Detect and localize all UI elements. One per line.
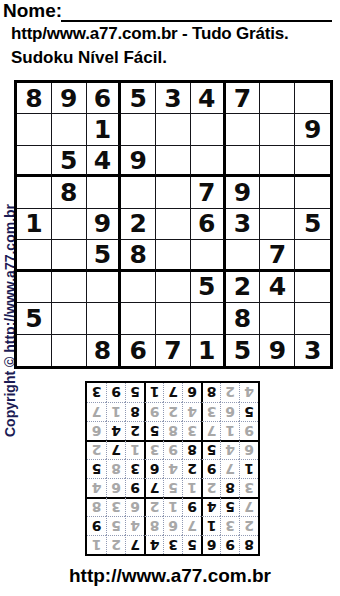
puzzle-cell-r8c1: 5 xyxy=(17,303,52,334)
puzzle-cell-r5c1: 1 xyxy=(17,209,52,240)
answer-cell-r6c1: 6 xyxy=(239,440,258,459)
puzzle-cell-r9c6: 1 xyxy=(191,335,226,366)
answer-cell-r5c4: 2 xyxy=(182,459,201,478)
answer-cell-r5c6: 6 xyxy=(144,459,163,478)
answer-cell-r4c2: 8 xyxy=(220,478,239,497)
answer-cell-r4c6: 7 xyxy=(144,478,163,497)
puzzle-cell-r6c3: 5 xyxy=(87,240,122,271)
puzzle-cell-r1c2: 9 xyxy=(52,83,87,114)
puzzle-cell-r1c5: 3 xyxy=(156,83,191,114)
puzzle-cell-r7c1 xyxy=(17,272,52,303)
answer-cell-r5c2: 7 xyxy=(220,459,239,478)
answer-cell-r7c2: 1 xyxy=(220,421,239,440)
answer-cell-r2c6: 8 xyxy=(144,516,163,535)
puzzle-cell-r3c8 xyxy=(260,146,295,177)
answer-cell-r3c2: 5 xyxy=(220,497,239,516)
answer-cell-r8c8: 1 xyxy=(106,402,125,421)
answer-cell-r6c8: 7 xyxy=(106,440,125,459)
puzzle-cell-r6c9 xyxy=(295,240,330,271)
puzzle-cell-r3c6 xyxy=(191,146,226,177)
puzzle-cell-r8c2 xyxy=(52,303,87,334)
answer-cell-r4c4: 1 xyxy=(182,478,201,497)
answer-cell-r4c3: 2 xyxy=(201,478,220,497)
puzzle-cell-r6c4: 8 xyxy=(121,240,156,271)
answer-cell-r7c4: 3 xyxy=(182,421,201,440)
answer-cell-r7c7: 2 xyxy=(125,421,144,440)
puzzle-cell-r1c6: 4 xyxy=(191,83,226,114)
answer-cell-r6c4: 8 xyxy=(182,440,201,459)
answer-cell-r7c6: 5 xyxy=(144,421,163,440)
answer-cell-r2c3: 1 xyxy=(201,516,220,535)
puzzle-cell-r5c8 xyxy=(260,209,295,240)
answer-cell-r3c7: 6 xyxy=(125,497,144,516)
puzzle-cell-r7c2 xyxy=(52,272,87,303)
puzzle-cell-r1c7: 7 xyxy=(226,83,261,114)
puzzle-cell-r1c9 xyxy=(295,83,330,114)
puzzle-cell-r7c4 xyxy=(121,272,156,303)
puzzle-cell-r9c8: 9 xyxy=(260,335,295,366)
answer-cell-r8c1: 5 xyxy=(239,402,258,421)
answer-cell-r1c1: 8 xyxy=(239,535,258,554)
puzzle-cell-r2c6 xyxy=(191,114,226,145)
puzzle-cell-r8c5 xyxy=(156,303,191,334)
puzzle-cell-r8c4 xyxy=(121,303,156,334)
answer-cell-r8c6: 9 xyxy=(144,402,163,421)
answer-cell-r9c9: 3 xyxy=(87,383,106,402)
answer-cell-r2c7: 4 xyxy=(125,516,144,535)
answer-cell-r9c5: 7 xyxy=(163,383,182,402)
answer-cell-r2c9: 9 xyxy=(87,516,106,535)
answer-cell-r6c3: 5 xyxy=(201,440,220,459)
answer-cell-r5c9: 5 xyxy=(87,459,106,478)
answer-cell-r6c2: 4 xyxy=(220,440,239,459)
puzzle-cell-r4c7: 9 xyxy=(226,177,261,208)
puzzle-cell-r5c4: 2 xyxy=(121,209,156,240)
answer-cell-r7c5: 8 xyxy=(163,421,182,440)
puzzle-cell-r8c7: 8 xyxy=(226,303,261,334)
puzzle-cell-r4c5 xyxy=(156,177,191,208)
puzzle-cell-r8c3 xyxy=(87,303,122,334)
answer-cell-r7c9: 6 xyxy=(87,421,106,440)
puzzle-cell-r7c9 xyxy=(295,272,330,303)
answer-cell-r8c3: 3 xyxy=(201,402,220,421)
puzzle-cell-r9c2 xyxy=(52,335,87,366)
puzzle-cell-r2c4 xyxy=(121,114,156,145)
puzzle-cell-r2c8 xyxy=(260,114,295,145)
puzzle-cell-r4c9 xyxy=(295,177,330,208)
puzzle-cell-r1c8 xyxy=(260,83,295,114)
puzzle-cell-r6c8: 7 xyxy=(260,240,295,271)
puzzle-cell-r7c6: 5 xyxy=(191,272,226,303)
answer-cell-r9c4: 6 xyxy=(182,383,201,402)
answer-cell-r8c5: 2 xyxy=(163,402,182,421)
answer-cell-r3c4: 9 xyxy=(182,497,201,516)
puzzle-cell-r7c5 xyxy=(156,272,191,303)
puzzle-cell-r5c9: 5 xyxy=(295,209,330,240)
puzzle-cell-r9c9: 3 xyxy=(295,335,330,366)
answer-cell-r1c8: 2 xyxy=(106,535,125,554)
puzzle-cell-r4c4 xyxy=(121,177,156,208)
puzzle-cell-r5c2 xyxy=(52,209,87,240)
answer-cell-r2c1: 2 xyxy=(239,516,258,535)
puzzle-cell-r8c9 xyxy=(295,303,330,334)
answer-cell-r3c6: 2 xyxy=(144,497,163,516)
puzzle-cell-r2c7 xyxy=(226,114,261,145)
answer-cell-r8c7: 8 xyxy=(125,402,144,421)
puzzle-cell-r3c2: 5 xyxy=(52,146,87,177)
answer-cell-r9c6: 1 xyxy=(144,383,163,402)
puzzle-cell-r8c6 xyxy=(191,303,226,334)
answer-cell-r4c7: 9 xyxy=(125,478,144,497)
name-label: Nome: xyxy=(3,0,62,22)
puzzle-cell-r3c9 xyxy=(295,146,330,177)
puzzle-cell-r6c2 xyxy=(52,240,87,271)
puzzle-cell-r4c6: 7 xyxy=(191,177,226,208)
puzzle-cell-r2c1 xyxy=(17,114,52,145)
name-underline xyxy=(61,20,332,22)
puzzle-cell-r3c3: 4 xyxy=(87,146,122,177)
answer-cell-r9c3: 8 xyxy=(201,383,220,402)
answer-cell-r1c3: 6 xyxy=(201,535,220,554)
puzzle-cell-r3c1 xyxy=(17,146,52,177)
answer-cell-r6c6: 3 xyxy=(144,440,163,459)
puzzle-cell-r7c7: 2 xyxy=(226,272,261,303)
puzzle-grid: 896534719549879192635587524588671593 xyxy=(14,80,333,369)
puzzle-cell-r2c9: 9 xyxy=(295,114,330,145)
puzzle-cell-r6c6 xyxy=(191,240,226,271)
puzzle-cell-r6c5 xyxy=(156,240,191,271)
puzzle-cell-r3c4: 9 xyxy=(121,146,156,177)
puzzle-cell-r3c7 xyxy=(226,146,261,177)
answer-cell-r2c2: 3 xyxy=(220,516,239,535)
answer-cell-r3c8: 3 xyxy=(106,497,125,516)
answer-cell-r2c4: 7 xyxy=(182,516,201,535)
answer-cell-r2c8: 5 xyxy=(106,516,125,535)
answer-cell-r5c3: 9 xyxy=(201,459,220,478)
answer-cell-r3c1: 7 xyxy=(239,497,258,516)
answer-cell-r1c9: 1 xyxy=(87,535,106,554)
answer-cell-r7c1: 9 xyxy=(239,421,258,440)
puzzle-cell-r6c7 xyxy=(226,240,261,271)
answer-cell-r6c7: 1 xyxy=(125,440,144,459)
answer-cell-r4c9: 4 xyxy=(87,478,106,497)
puzzle-cell-r9c7: 5 xyxy=(226,335,261,366)
answer-cell-r9c8: 9 xyxy=(106,383,125,402)
puzzle-cell-r4c3 xyxy=(87,177,122,208)
puzzle-cell-r4c8 xyxy=(260,177,295,208)
answer-cell-r7c8: 4 xyxy=(106,421,125,440)
puzzle-cell-r1c3: 6 xyxy=(87,83,122,114)
answer-cell-r3c5: 1 xyxy=(163,497,182,516)
answer-cell-r1c6: 4 xyxy=(144,535,163,554)
answer-cell-r1c4: 5 xyxy=(182,535,201,554)
answer-cell-r4c8: 6 xyxy=(106,478,125,497)
header-site-text: http/www.a77.com.br - Tudo Grátis. xyxy=(11,24,289,44)
answer-cell-r1c7: 7 xyxy=(125,535,144,554)
puzzle-cell-r8c8 xyxy=(260,303,295,334)
answer-cell-r4c5: 5 xyxy=(163,478,182,497)
header-level-text: Sudoku Nível Fácil. xyxy=(11,48,167,68)
puzzle-cell-r4c2: 8 xyxy=(52,177,87,208)
puzzle-cell-r5c7: 3 xyxy=(226,209,261,240)
answer-cell-r5c8: 8 xyxy=(106,459,125,478)
answer-cell-r1c5: 3 xyxy=(163,535,182,554)
puzzle-cell-r6c1 xyxy=(17,240,52,271)
answer-cell-r4c1: 3 xyxy=(239,478,258,497)
puzzle-cell-r3c5 xyxy=(156,146,191,177)
answer-cell-r5c7: 3 xyxy=(125,459,144,478)
answer-cell-r6c5: 9 xyxy=(163,440,182,459)
puzzle-cell-r2c3: 1 xyxy=(87,114,122,145)
answer-cell-r3c9: 8 xyxy=(87,497,106,516)
answer-cell-r8c4: 4 xyxy=(182,402,201,421)
answer-cell-r7c3: 7 xyxy=(201,421,220,440)
puzzle-cell-r2c5 xyxy=(156,114,191,145)
answer-cell-r9c1: 4 xyxy=(239,383,258,402)
puzzle-cell-r1c4: 5 xyxy=(121,83,156,114)
answer-cell-r6c9: 2 xyxy=(87,440,106,459)
puzzle-cell-r5c3: 9 xyxy=(87,209,122,240)
puzzle-cell-r9c5: 7 xyxy=(156,335,191,366)
puzzle-cell-r5c5 xyxy=(156,209,191,240)
answer-cell-r5c5: 4 xyxy=(163,459,182,478)
sudoku-print-page: Nome: http/www.a77.com.br - Tudo Grátis.… xyxy=(0,0,340,596)
puzzle-cell-r9c3: 8 xyxy=(87,335,122,366)
footer-url: http://www.a77.com.br xyxy=(0,565,340,587)
puzzle-cell-r5c6: 6 xyxy=(191,209,226,240)
answer-cell-r2c5: 6 xyxy=(163,516,182,535)
answer-cell-r9c2: 2 xyxy=(220,383,239,402)
puzzle-cell-r9c1 xyxy=(17,335,52,366)
answer-grid-rotated: 8965347212317684597549126383821579641792… xyxy=(85,381,260,556)
answer-cell-r3c3: 4 xyxy=(201,497,220,516)
answer-cell-r8c9: 7 xyxy=(87,402,106,421)
puzzle-cell-r9c4: 6 xyxy=(121,335,156,366)
puzzle-cell-r2c2 xyxy=(52,114,87,145)
answer-cell-r5c1: 1 xyxy=(239,459,258,478)
puzzle-cell-r7c3 xyxy=(87,272,122,303)
puzzle-cell-r7c8: 4 xyxy=(260,272,295,303)
answer-cell-r1c2: 9 xyxy=(220,535,239,554)
puzzle-cell-r4c1 xyxy=(17,177,52,208)
answer-cell-r8c2: 6 xyxy=(220,402,239,421)
answer-cell-r9c7: 5 xyxy=(125,383,144,402)
puzzle-cell-r1c1: 8 xyxy=(17,83,52,114)
